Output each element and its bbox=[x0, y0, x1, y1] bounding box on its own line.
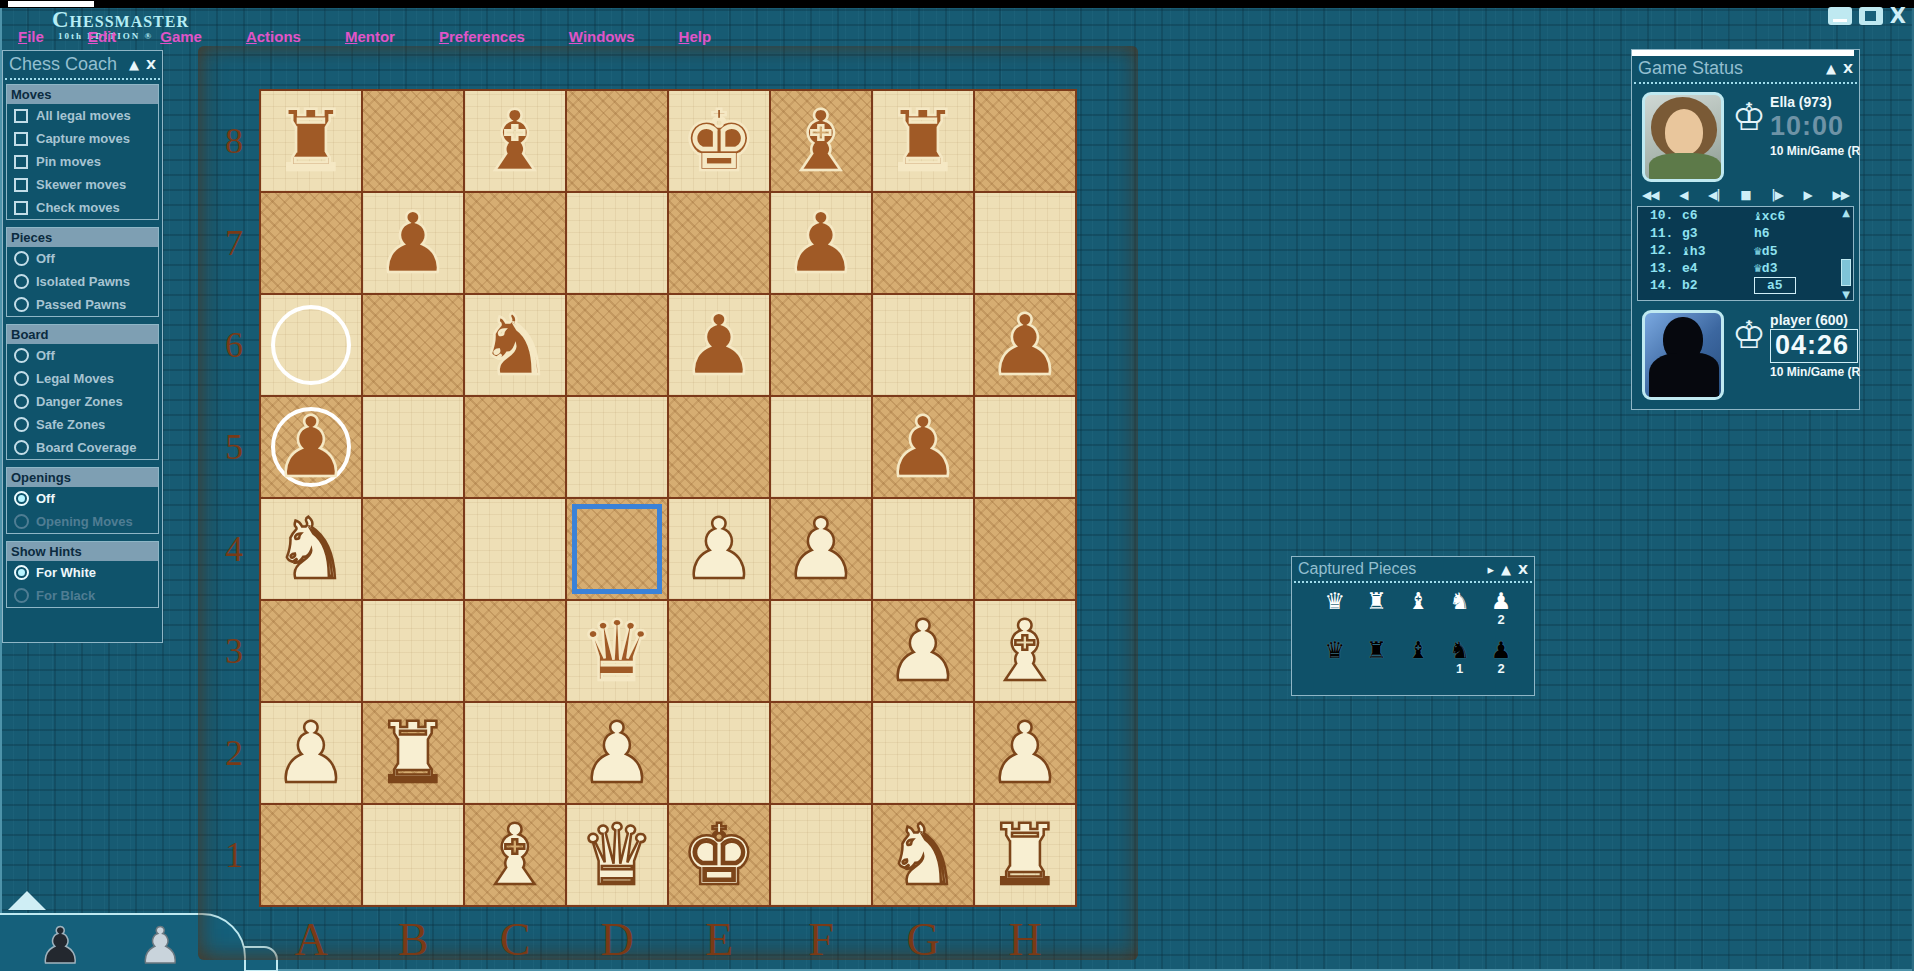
black-bishop-c8[interactable]: ♝ bbox=[477, 99, 552, 183]
player-time-control: 10 Min/Game (R bbox=[1770, 365, 1855, 379]
black-knight-icon: ♞ bbox=[1439, 638, 1481, 662]
square-c7[interactable] bbox=[465, 193, 565, 293]
move-row-13[interactable]: 13.e4♛d3 bbox=[1638, 260, 1853, 278]
black-pawn-icon: ♟ bbox=[1480, 638, 1522, 662]
taskbar-up-arrow-icon[interactable] bbox=[8, 891, 46, 910]
captured-cell: ♛ bbox=[1314, 589, 1356, 627]
captured-cell: ♝ bbox=[1397, 589, 1439, 627]
divider bbox=[1634, 82, 1857, 84]
square-g1[interactable]: ♞ bbox=[873, 805, 973, 905]
hint-circle-a6 bbox=[271, 305, 351, 385]
captured-black-row: ♛♜♝♞1♟2 bbox=[1292, 636, 1534, 676]
coach-section-board: BoardOffLegal MovesDanger ZonesSafe Zone… bbox=[6, 324, 159, 460]
expand-icon[interactable]: ▸ bbox=[1487, 562, 1494, 577]
game-status-panel: Game Status ▲ X ♔ Ella (973) 10:00 10 Mi… bbox=[1631, 49, 1860, 410]
playback-controls: ◀◀◀◀|■|▶▶▶▶ bbox=[1632, 182, 1859, 206]
opponent-clock: 10:00 bbox=[1770, 111, 1855, 142]
white-player-king-icon: ♔ bbox=[1732, 316, 1766, 400]
menu-item-edit[interactable]: Edit bbox=[88, 28, 116, 45]
white-pawn-a2[interactable]: ♟ bbox=[273, 711, 348, 795]
captured-count bbox=[1314, 662, 1356, 676]
radio-for-black[interactable]: For Black bbox=[7, 584, 158, 607]
menu-item-windows[interactable]: Windows bbox=[569, 28, 635, 45]
panel-top-highlight bbox=[1632, 50, 1854, 56]
close-icon[interactable]: X bbox=[1518, 562, 1528, 577]
white-rook-b2[interactable]: ♜ bbox=[375, 711, 450, 795]
collapse-icon[interactable]: ▲ bbox=[129, 57, 139, 72]
square-g5[interactable]: ♟ bbox=[873, 397, 973, 497]
dark-pawn-icon: ♟ bbox=[38, 921, 83, 971]
menu-item-mentor[interactable]: Mentor bbox=[345, 28, 395, 45]
close-icon[interactable]: X bbox=[1843, 61, 1853, 76]
black-knight-c6[interactable]: ♞ bbox=[477, 303, 552, 387]
light-pawn-icon: ♟ bbox=[138, 921, 183, 971]
checkbox-capture-moves[interactable]: Capture moves bbox=[7, 127, 158, 150]
white-pawn-g3[interactable]: ♟ bbox=[885, 609, 960, 693]
collapse-icon[interactable]: ▲ bbox=[1501, 562, 1511, 577]
coach-section-moves: MovesAll legal movesCapture movesPin mov… bbox=[6, 84, 159, 220]
captured-cell: ♛ bbox=[1314, 638, 1356, 676]
scroll-thumb[interactable] bbox=[1841, 259, 1851, 286]
opponent-avatar bbox=[1642, 92, 1724, 182]
radio-off[interactable]: Off bbox=[7, 344, 158, 367]
white-move[interactable]: g3 bbox=[1682, 226, 1754, 241]
square-g2[interactable] bbox=[873, 703, 973, 803]
player-avatar bbox=[1642, 310, 1724, 400]
black-bishop-icon: ♝ bbox=[1397, 638, 1439, 662]
square-a5[interactable]: ♟ bbox=[261, 397, 361, 497]
square-b1[interactable] bbox=[363, 805, 463, 905]
item-label: Skewer moves bbox=[36, 177, 126, 192]
divider bbox=[1294, 581, 1532, 583]
checkbox-icon[interactable] bbox=[14, 178, 28, 192]
square-a2[interactable]: ♟ bbox=[261, 703, 361, 803]
white-move[interactable]: e4 bbox=[1682, 261, 1754, 276]
move-list-scrollbar[interactable]: ▲ ▼ bbox=[1839, 207, 1853, 300]
square-h8[interactable] bbox=[975, 91, 1075, 191]
silhouette-body bbox=[1649, 353, 1719, 400]
black-king-e8[interactable]: ♚ bbox=[681, 99, 756, 183]
captured-pieces-panel: Captured Pieces ▸ ▲ X ♛♜♝♞♟2 ♛♜♝♞1♟2 bbox=[1291, 556, 1535, 696]
captured-count bbox=[1397, 613, 1439, 627]
section-header: Moves bbox=[7, 85, 158, 104]
menu-item-help[interactable]: Help bbox=[679, 28, 712, 45]
rank-label-5: 5 bbox=[212, 397, 256, 497]
black-pawn-f7[interactable]: ♟ bbox=[783, 201, 858, 285]
coach-section-show-hints: Show HintsFor WhiteFor Black bbox=[6, 541, 159, 608]
square-e5[interactable] bbox=[669, 397, 769, 497]
item-label: All legal moves bbox=[36, 108, 131, 123]
square-c2[interactable] bbox=[465, 703, 565, 803]
chess-coach-panel: Chess Coach ▲ X MovesAll legal movesCapt… bbox=[2, 50, 163, 643]
black-queen-icon: ♛ bbox=[1314, 638, 1356, 662]
white-pawn-e4[interactable]: ♟ bbox=[681, 507, 756, 591]
file-label-b: B bbox=[363, 915, 463, 963]
radio-for-white[interactable]: For White bbox=[7, 561, 158, 584]
radio-passed-pawns[interactable]: Passed Pawns bbox=[7, 293, 158, 316]
section-header: Board bbox=[7, 325, 158, 344]
checkbox-icon[interactable] bbox=[14, 109, 28, 123]
skip-end-icon[interactable]: ▶▶ bbox=[1832, 188, 1848, 202]
radio-icon[interactable] bbox=[14, 565, 29, 580]
checkbox-skewer-moves[interactable]: Skewer moves bbox=[7, 173, 158, 196]
square-a4[interactable]: ♞ bbox=[261, 499, 361, 599]
square-d7[interactable] bbox=[567, 193, 667, 293]
radio-off[interactable]: Off bbox=[7, 487, 158, 510]
item-label: Off bbox=[36, 251, 55, 266]
move-number: 14. bbox=[1638, 278, 1682, 293]
white-knight-a4[interactable]: ♞ bbox=[273, 507, 348, 591]
square-f7[interactable]: ♟ bbox=[771, 193, 871, 293]
maximize-button[interactable] bbox=[1859, 7, 1883, 25]
item-label: For Black bbox=[36, 588, 95, 603]
square-f3[interactable] bbox=[771, 601, 871, 701]
avatar-shirt bbox=[1649, 153, 1721, 182]
captured-count: 2 bbox=[1480, 613, 1522, 627]
captured-count bbox=[1314, 613, 1356, 627]
section-header: Openings bbox=[7, 468, 158, 487]
square-d5[interactable] bbox=[567, 397, 667, 497]
checkbox-all-legal-moves[interactable]: All legal moves bbox=[7, 104, 158, 127]
square-h6[interactable]: ♟ bbox=[975, 295, 1075, 395]
file-label-c: C bbox=[465, 915, 565, 963]
radio-legal-moves[interactable]: Legal Moves bbox=[7, 367, 158, 390]
maximize-icon bbox=[1865, 11, 1876, 21]
radio-icon[interactable] bbox=[14, 371, 29, 386]
selected-square-highlight bbox=[572, 504, 662, 594]
square-c4[interactable] bbox=[465, 499, 565, 599]
square-h3[interactable]: ♝ bbox=[975, 601, 1075, 701]
captured-pieces-title: Captured Pieces bbox=[1298, 560, 1480, 578]
rank-label-7: 7 bbox=[212, 193, 256, 293]
minimize-button[interactable] bbox=[1828, 7, 1852, 25]
move-row-14[interactable]: 14.b2a5 bbox=[1638, 277, 1853, 295]
white-pawn-icon: ♟ bbox=[1480, 589, 1522, 613]
item-label: Danger Zones bbox=[36, 394, 123, 409]
white-move[interactable]: ♝h3 bbox=[1682, 243, 1754, 259]
square-a3[interactable] bbox=[261, 601, 361, 701]
white-queen-d1[interactable]: ♛ bbox=[579, 813, 654, 897]
item-label: Capture moves bbox=[36, 131, 130, 146]
captured-cell: ♞ bbox=[1439, 589, 1481, 627]
window-controls: X bbox=[1828, 4, 1906, 28]
captured-cell: ♜ bbox=[1356, 638, 1398, 676]
checkbox-pin-moves[interactable]: Pin moves bbox=[7, 150, 158, 173]
captured-count bbox=[1439, 613, 1481, 627]
square-e3[interactable] bbox=[669, 601, 769, 701]
radio-icon[interactable] bbox=[14, 274, 29, 289]
black-pawn-b7[interactable]: ♟ bbox=[375, 201, 450, 285]
rank-label-8: 8 bbox=[212, 91, 256, 191]
section-header: Show Hints bbox=[7, 542, 158, 561]
checkbox-icon[interactable] bbox=[14, 155, 28, 169]
item-label: For White bbox=[36, 565, 96, 580]
square-f8[interactable]: ♝ bbox=[771, 91, 871, 191]
square-c3[interactable] bbox=[465, 601, 565, 701]
radio-icon[interactable] bbox=[14, 394, 29, 409]
item-label: Opening Moves bbox=[36, 514, 133, 529]
white-queen-icon: ♛ bbox=[1314, 589, 1356, 613]
step-forward-icon[interactable]: |▶ bbox=[1771, 188, 1783, 202]
captured-white-row: ♛♜♝♞♟2 bbox=[1292, 587, 1534, 627]
white-bishop-h3[interactable]: ♝ bbox=[987, 609, 1062, 693]
radio-isolated-pawns[interactable]: Isolated Pawns bbox=[7, 270, 158, 293]
square-g4[interactable] bbox=[873, 499, 973, 599]
square-h2[interactable]: ♟ bbox=[975, 703, 1075, 803]
player-clock: 04:26 bbox=[1770, 329, 1858, 363]
square-d2[interactable]: ♟ bbox=[567, 703, 667, 803]
square-f6[interactable] bbox=[771, 295, 871, 395]
menu-item-game[interactable]: Game bbox=[160, 28, 202, 45]
close-button[interactable]: X bbox=[1890, 4, 1906, 28]
white-rook-h1[interactable]: ♜ bbox=[987, 813, 1062, 897]
move-row-12[interactable]: 12.♝h3♛d5 bbox=[1638, 242, 1853, 260]
file-label-f: F bbox=[771, 915, 871, 963]
coach-section-pieces: PiecesOffIsolated PawnsPassed Pawns bbox=[6, 227, 159, 317]
captured-count bbox=[1356, 613, 1398, 627]
square-b4[interactable] bbox=[363, 499, 463, 599]
item-label: Legal Moves bbox=[36, 371, 114, 386]
square-g3[interactable]: ♟ bbox=[873, 601, 973, 701]
collapse-icon[interactable]: ▲ bbox=[1826, 61, 1836, 76]
item-label: Safe Zones bbox=[36, 417, 105, 432]
menu-item-file[interactable]: File bbox=[18, 28, 44, 45]
checkbox-icon[interactable] bbox=[14, 201, 28, 215]
square-a1[interactable] bbox=[261, 805, 361, 905]
square-e1[interactable]: ♚ bbox=[669, 805, 769, 905]
radio-icon[interactable] bbox=[14, 251, 29, 266]
captured-cell: ♟2 bbox=[1480, 638, 1522, 676]
stop-icon[interactable]: ■ bbox=[1740, 188, 1750, 202]
square-a6[interactable] bbox=[261, 295, 361, 395]
white-move[interactable]: c6 bbox=[1682, 208, 1754, 223]
menu-item-actions[interactable]: Actions bbox=[246, 28, 301, 45]
radio-opening-moves[interactable]: Opening Moves bbox=[7, 510, 158, 533]
step-back-icon[interactable]: ◀| bbox=[1708, 188, 1720, 202]
square-c6[interactable]: ♞ bbox=[465, 295, 565, 395]
square-h5[interactable] bbox=[975, 397, 1075, 497]
file-label-g: G bbox=[873, 915, 973, 963]
white-pawn-f4[interactable]: ♟ bbox=[783, 507, 858, 591]
radio-board-coverage[interactable]: Board Coverage bbox=[7, 436, 158, 459]
rank-label-1: 1 bbox=[212, 805, 256, 905]
minimize-icon bbox=[1833, 19, 1847, 22]
divider bbox=[5, 78, 160, 80]
square-d1[interactable]: ♛ bbox=[567, 805, 667, 905]
radio-icon[interactable] bbox=[14, 588, 29, 603]
opponent-name: Ella (973) bbox=[1770, 94, 1855, 110]
white-bishop-icon: ♝ bbox=[1397, 589, 1439, 613]
captured-cell: ♜ bbox=[1356, 589, 1398, 627]
file-label-h: H bbox=[975, 915, 1075, 963]
fast-back-icon[interactable]: ◀ bbox=[1679, 188, 1687, 202]
chess-coach-title: Chess Coach bbox=[9, 54, 122, 75]
chessmaster-window: Chessmaster 10th EDITION ® X FileEditGam… bbox=[0, 0, 1914, 971]
black-pawn-e6[interactable]: ♟ bbox=[681, 303, 756, 387]
avatar-face bbox=[1665, 109, 1703, 155]
black-player-king-icon: ♔ bbox=[1732, 98, 1766, 182]
current-move-highlight: a5 bbox=[1754, 277, 1796, 294]
menu-bar: FileEditGameActionsMentorPreferencesWind… bbox=[18, 28, 711, 45]
top-strip bbox=[0, 0, 1914, 8]
square-b2[interactable]: ♜ bbox=[363, 703, 463, 803]
white-move[interactable]: b2 bbox=[1682, 278, 1754, 293]
opponent-row: ♔ Ella (973) 10:00 10 Min/Game (R bbox=[1632, 88, 1859, 182]
square-d4[interactable] bbox=[567, 499, 667, 599]
captured-count: 2 bbox=[1480, 662, 1522, 676]
white-bishop-c1[interactable]: ♝ bbox=[477, 813, 552, 897]
close-icon[interactable]: X bbox=[146, 57, 156, 72]
white-knight-icon: ♞ bbox=[1439, 589, 1481, 613]
radio-icon[interactable] bbox=[14, 297, 29, 312]
square-b8[interactable] bbox=[363, 91, 463, 191]
white-pawn-h2[interactable]: ♟ bbox=[987, 711, 1062, 795]
player-row: ♔ player (600) 04:26 10 Min/Game (R bbox=[1632, 306, 1859, 400]
square-a7[interactable] bbox=[261, 193, 361, 293]
checkbox-icon[interactable] bbox=[14, 132, 28, 146]
white-rook-icon: ♜ bbox=[1356, 589, 1398, 613]
square-a8[interactable]: ♜ bbox=[261, 91, 361, 191]
menu-item-preferences[interactable]: Preferences bbox=[439, 28, 525, 45]
file-label-d: D bbox=[567, 915, 667, 963]
white-pawn-d2[interactable]: ♟ bbox=[579, 711, 654, 795]
item-label: Isolated Pawns bbox=[36, 274, 130, 289]
black-rook-a8[interactable]: ♜ bbox=[273, 99, 348, 183]
black-pawn-g5[interactable]: ♟ bbox=[885, 405, 960, 489]
item-label: Pin moves bbox=[36, 154, 101, 169]
item-label: Off bbox=[36, 348, 55, 363]
radio-icon[interactable] bbox=[14, 348, 29, 363]
move-row-10[interactable]: 10.c6♝xc6 bbox=[1638, 207, 1853, 225]
item-label: Passed Pawns bbox=[36, 297, 126, 312]
fast-forward-icon[interactable]: ▶ bbox=[1804, 188, 1812, 202]
move-number: 12. bbox=[1638, 243, 1682, 258]
square-d8[interactable] bbox=[567, 91, 667, 191]
square-f4[interactable]: ♟ bbox=[771, 499, 871, 599]
black-pawn-a5[interactable]: ♟ bbox=[273, 405, 348, 489]
radio-icon[interactable] bbox=[14, 491, 29, 506]
square-f1[interactable] bbox=[771, 805, 871, 905]
chess-board: 87654321 ♜♝♚♝♜♟♟♞♟♟♟♟♞♟♟♛♟♝♟♜♟♟♝♛♚♞♜ ABC… bbox=[198, 46, 1138, 960]
move-number: 13. bbox=[1638, 261, 1682, 276]
black-rook-icon: ♜ bbox=[1356, 638, 1398, 662]
game-status-title: Game Status bbox=[1638, 58, 1819, 79]
square-f5[interactable] bbox=[771, 397, 871, 497]
player-name: player (600) bbox=[1770, 312, 1855, 328]
radio-icon[interactable] bbox=[14, 514, 29, 529]
rank-label-6: 6 bbox=[212, 295, 256, 395]
file-label-a: A bbox=[261, 915, 361, 963]
captured-cell: ♝ bbox=[1397, 638, 1439, 676]
square-g6[interactable] bbox=[873, 295, 973, 395]
square-h4[interactable] bbox=[975, 499, 1075, 599]
captured-count bbox=[1356, 662, 1398, 676]
square-g7[interactable] bbox=[873, 193, 973, 293]
radio-safe-zones[interactable]: Safe Zones bbox=[7, 413, 158, 436]
black-queen-d3[interactable]: ♛ bbox=[579, 609, 654, 693]
captured-count bbox=[1397, 662, 1439, 676]
rank-label-2: 2 bbox=[212, 703, 256, 803]
move-row-11[interactable]: 11.g3h6 bbox=[1638, 225, 1853, 243]
item-label: Check moves bbox=[36, 200, 120, 215]
rank-label-4: 4 bbox=[212, 499, 256, 599]
white-king-e1[interactable]: ♚ bbox=[681, 813, 756, 897]
square-g8[interactable]: ♜ bbox=[873, 91, 973, 191]
section-header: Pieces bbox=[7, 228, 158, 247]
move-number: 10. bbox=[1638, 208, 1682, 223]
square-b6[interactable] bbox=[363, 295, 463, 395]
radio-danger-zones[interactable]: Danger Zones bbox=[7, 390, 158, 413]
square-c5[interactable] bbox=[465, 397, 565, 497]
file-label-e: E bbox=[669, 915, 769, 963]
square-e4[interactable]: ♟ bbox=[669, 499, 769, 599]
move-list[interactable]: 10.c6♝xc611.g3h612.♝h3♛d513.e4♛d314.b2a5… bbox=[1637, 206, 1854, 301]
board-squares: ♜♝♚♝♜♟♟♞♟♟♟♟♞♟♟♛♟♝♟♜♟♟♝♛♚♞♜ bbox=[259, 89, 1077, 907]
square-e2[interactable] bbox=[669, 703, 769, 803]
rank-label-3: 3 bbox=[212, 601, 256, 701]
move-number: 11. bbox=[1638, 226, 1682, 241]
radio-icon[interactable] bbox=[14, 440, 29, 455]
checkbox-check-moves[interactable]: Check moves bbox=[7, 196, 158, 219]
square-b5[interactable] bbox=[363, 397, 463, 497]
square-e8[interactable]: ♚ bbox=[669, 91, 769, 191]
square-e6[interactable]: ♟ bbox=[669, 295, 769, 395]
skip-start-icon[interactable]: ◀◀ bbox=[1642, 188, 1658, 202]
square-e7[interactable] bbox=[669, 193, 769, 293]
captured-cell: ♟2 bbox=[1480, 589, 1522, 627]
radio-off[interactable]: Off bbox=[7, 247, 158, 270]
square-b7[interactable]: ♟ bbox=[363, 193, 463, 293]
captured-cell: ♞1 bbox=[1439, 638, 1481, 676]
item-label: Board Coverage bbox=[36, 440, 136, 455]
black-bishop-f8[interactable]: ♝ bbox=[783, 99, 858, 183]
square-c8[interactable]: ♝ bbox=[465, 91, 565, 191]
scroll-up-icon[interactable]: ▲ bbox=[1842, 207, 1850, 218]
captured-count: 1 bbox=[1439, 662, 1481, 676]
black-pawn-h6[interactable]: ♟ bbox=[987, 303, 1062, 387]
white-knight-g1[interactable]: ♞ bbox=[885, 813, 960, 897]
opponent-time-control: 10 Min/Game (R bbox=[1770, 144, 1855, 158]
item-label: Off bbox=[36, 491, 55, 506]
scroll-track[interactable] bbox=[1841, 218, 1851, 289]
coach-section-openings: OpeningsOffOpening Moves bbox=[6, 467, 159, 534]
square-c1[interactable]: ♝ bbox=[465, 805, 565, 905]
square-h7[interactable] bbox=[975, 193, 1075, 293]
black-rook-g8[interactable]: ♜ bbox=[885, 99, 960, 183]
square-d6[interactable] bbox=[567, 295, 667, 395]
square-h1[interactable]: ♜ bbox=[975, 805, 1075, 905]
square-f2[interactable] bbox=[771, 703, 871, 803]
square-d3[interactable]: ♛ bbox=[567, 601, 667, 701]
scroll-down-icon[interactable]: ▼ bbox=[1842, 289, 1850, 300]
radio-icon[interactable] bbox=[14, 417, 29, 432]
square-b3[interactable] bbox=[363, 601, 463, 701]
